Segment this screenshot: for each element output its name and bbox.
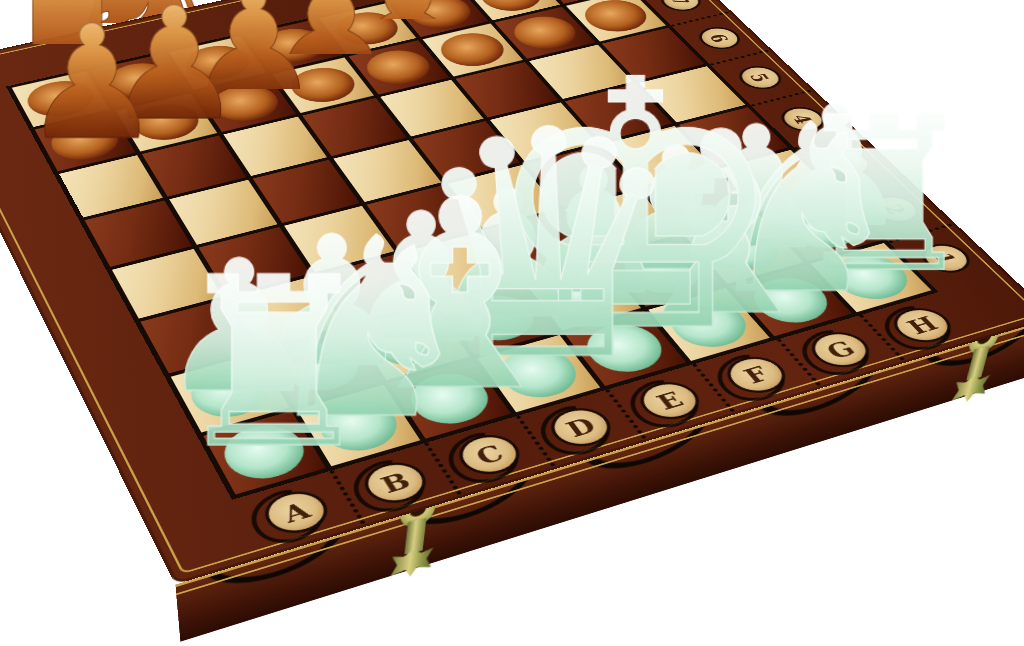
chessboard-scene: ♜♞♝♛♚♝♞♜♟♟♟♟♟♟♟♟♟♟♟♟♟♟♟♟♜♞♝♛♚♝♞♜ ABCDEFG…: [0, 0, 1024, 646]
product-photo-stage: ♜♞♝♛♚♝♞♜♟♟♟♟♟♟♟♟♟♟♟♟♟♟♟♟♜♞♝♛♚♝♞♜ ABCDEFG…: [0, 0, 1024, 646]
piece-white-rook[interactable]: ♜: [169, 253, 379, 475]
chess-board: ♜♞♝♛♚♝♞♜♟♟♟♟♟♟♟♟♟♟♟♟♟♟♟♟♜♞♝♛♚♝♞♜ ABCDEFG…: [0, 0, 1024, 585]
piece-black-pawn[interactable]: ♟: [22, 9, 163, 158]
file-letter-a: A: [261, 488, 331, 536]
square-a1[interactable]: ♜: [203, 411, 326, 495]
square-a7[interactable]: ♟: [35, 112, 136, 171]
clasp-strap: [403, 518, 425, 555]
clasp-strap: [965, 346, 989, 380]
